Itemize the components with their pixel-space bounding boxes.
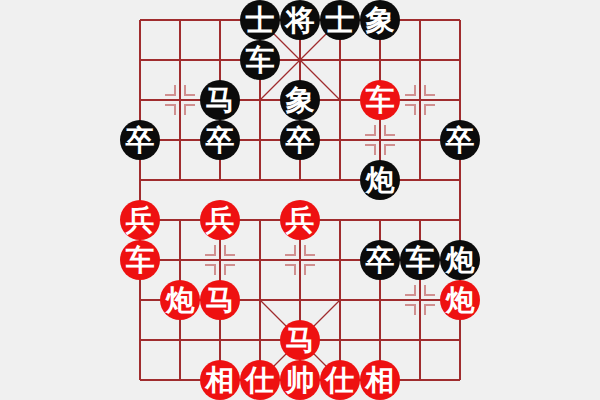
piece-black-horse[interactable]: 马 xyxy=(200,80,240,120)
piece-red-advisor[interactable]: 仕 xyxy=(240,360,280,400)
piece-black-advisor[interactable]: 士 xyxy=(320,0,360,40)
piece-black-pawn[interactable]: 卒 xyxy=(200,120,240,160)
piece-black-elephant[interactable]: 象 xyxy=(360,0,400,40)
piece-black-advisor[interactable]: 士 xyxy=(240,0,280,40)
pieces-layer: 士将士象车马象车卒卒卒卒炮兵兵兵车卒车炮炮马炮马相仕帅仕相 xyxy=(0,0,600,400)
piece-red-pawn[interactable]: 兵 xyxy=(120,200,160,240)
piece-red-pawn[interactable]: 兵 xyxy=(280,200,320,240)
piece-red-cannon[interactable]: 炮 xyxy=(160,280,200,320)
piece-black-chariot[interactable]: 车 xyxy=(240,40,280,80)
piece-black-general[interactable]: 将 xyxy=(280,0,320,40)
piece-red-pawn[interactable]: 兵 xyxy=(200,200,240,240)
piece-red-elephant[interactable]: 相 xyxy=(360,360,400,400)
piece-black-pawn[interactable]: 卒 xyxy=(280,120,320,160)
piece-black-chariot[interactable]: 车 xyxy=(400,240,440,280)
piece-red-chariot[interactable]: 车 xyxy=(120,240,160,280)
piece-black-cannon[interactable]: 炮 xyxy=(360,160,400,200)
piece-red-horse[interactable]: 马 xyxy=(200,280,240,320)
piece-red-horse[interactable]: 马 xyxy=(280,320,320,360)
piece-red-chariot[interactable]: 车 xyxy=(360,80,400,120)
piece-black-pawn[interactable]: 卒 xyxy=(120,120,160,160)
piece-black-pawn[interactable]: 卒 xyxy=(360,240,400,280)
piece-black-cannon[interactable]: 炮 xyxy=(440,240,480,280)
piece-black-pawn[interactable]: 卒 xyxy=(440,120,480,160)
piece-black-elephant[interactable]: 象 xyxy=(280,80,320,120)
piece-red-elephant[interactable]: 相 xyxy=(200,360,240,400)
piece-red-cannon[interactable]: 炮 xyxy=(440,280,480,320)
xiangqi-board: 士将士象车马象车卒卒卒卒炮兵兵兵车卒车炮炮马炮马相仕帅仕相 xyxy=(0,0,600,400)
piece-red-general[interactable]: 帅 xyxy=(280,360,320,400)
piece-red-advisor[interactable]: 仕 xyxy=(320,360,360,400)
